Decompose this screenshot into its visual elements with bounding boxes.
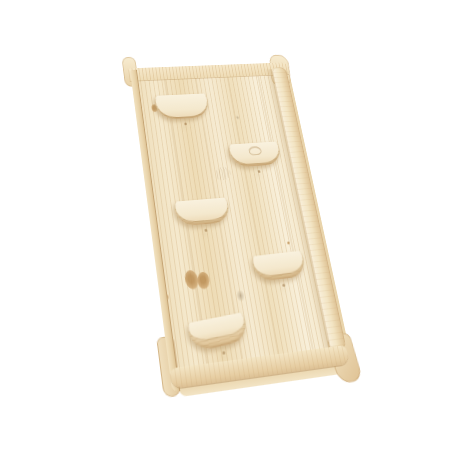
dowel-hole bbox=[204, 229, 207, 232]
climbing-step bbox=[154, 93, 210, 119]
dowel-hole bbox=[222, 351, 226, 355]
climbing-step bbox=[174, 197, 231, 226]
dowel-hole bbox=[282, 284, 285, 287]
climbing-step bbox=[251, 250, 307, 282]
product-photo bbox=[0, 0, 450, 450]
brand-stamp-icon bbox=[248, 146, 262, 156]
climbing-step bbox=[187, 312, 250, 352]
climbing-ramp-board bbox=[130, 64, 350, 390]
dowel-hole bbox=[184, 123, 187, 126]
climbing-step bbox=[228, 141, 282, 167]
dowel-hole bbox=[258, 170, 261, 173]
